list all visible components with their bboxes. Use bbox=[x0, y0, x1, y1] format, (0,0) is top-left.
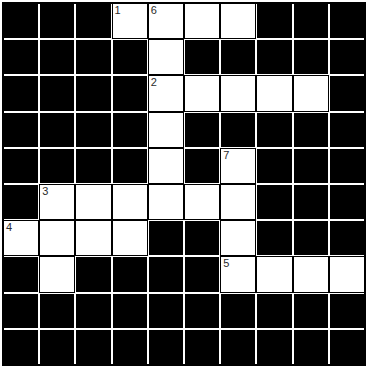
letter-cell-r7c3[interactable] bbox=[76, 221, 110, 255]
block-cell-r10c5 bbox=[149, 330, 183, 364]
letter-cell-r8c9[interactable] bbox=[294, 257, 328, 291]
block-cell-r4c1 bbox=[4, 113, 38, 147]
block-cell-r10c8 bbox=[257, 330, 291, 364]
block-cell-r10c3 bbox=[76, 330, 110, 364]
block-cell-r8c3 bbox=[76, 257, 110, 291]
block-cell-r7c8 bbox=[257, 221, 291, 255]
crossword-board: 1627345 bbox=[2, 2, 366, 366]
block-cell-r2c3 bbox=[76, 40, 110, 74]
clue-number-2: 2 bbox=[151, 76, 157, 88]
block-cell-r4c8 bbox=[257, 113, 291, 147]
block-cell-r10c10 bbox=[330, 330, 364, 364]
letter-cell-r4c5[interactable] bbox=[149, 113, 183, 147]
letter-cell-r2c5[interactable] bbox=[149, 40, 183, 74]
letter-cell-r3c5[interactable]: 2 bbox=[149, 76, 183, 110]
block-cell-r10c1 bbox=[4, 330, 38, 364]
letter-cell-r6c6[interactable] bbox=[185, 185, 219, 219]
letter-cell-r6c7[interactable] bbox=[221, 185, 255, 219]
block-cell-r10c7 bbox=[221, 330, 255, 364]
block-cell-r2c8 bbox=[257, 40, 291, 74]
block-cell-r6c1 bbox=[4, 185, 38, 219]
letter-cell-r6c2[interactable]: 3 bbox=[40, 185, 74, 219]
letter-cell-r3c6[interactable] bbox=[185, 76, 219, 110]
block-cell-r9c4 bbox=[113, 294, 147, 328]
block-cell-r8c5 bbox=[149, 257, 183, 291]
block-cell-r2c7 bbox=[221, 40, 255, 74]
block-cell-r2c9 bbox=[294, 40, 328, 74]
block-cell-r5c10 bbox=[330, 149, 364, 183]
block-cell-r6c9 bbox=[294, 185, 328, 219]
block-cell-r4c2 bbox=[40, 113, 74, 147]
block-cell-r1c8 bbox=[257, 4, 291, 38]
clue-number-7: 7 bbox=[223, 149, 229, 161]
crossword-page: 1627345 bbox=[0, 0, 370, 377]
block-cell-r5c2 bbox=[40, 149, 74, 183]
block-cell-r5c4 bbox=[113, 149, 147, 183]
block-cell-r1c3 bbox=[76, 4, 110, 38]
block-cell-r6c8 bbox=[257, 185, 291, 219]
block-cell-r9c7 bbox=[221, 294, 255, 328]
block-cell-r9c8 bbox=[257, 294, 291, 328]
letter-cell-r8c10[interactable] bbox=[330, 257, 364, 291]
letter-cell-r5c5[interactable] bbox=[149, 149, 183, 183]
letter-cell-r8c2[interactable] bbox=[40, 257, 74, 291]
block-cell-r4c3 bbox=[76, 113, 110, 147]
block-cell-r5c6 bbox=[185, 149, 219, 183]
letter-cell-r8c7[interactable]: 5 bbox=[221, 257, 255, 291]
clue-number-6: 6 bbox=[151, 4, 157, 16]
letter-cell-r3c8[interactable] bbox=[257, 76, 291, 110]
block-cell-r1c10 bbox=[330, 4, 364, 38]
letter-cell-r7c7[interactable] bbox=[221, 221, 255, 255]
block-cell-r9c9 bbox=[294, 294, 328, 328]
block-cell-r9c10 bbox=[330, 294, 364, 328]
clue-number-3: 3 bbox=[42, 185, 48, 197]
block-cell-r5c8 bbox=[257, 149, 291, 183]
block-cell-r2c10 bbox=[330, 40, 364, 74]
block-cell-r2c2 bbox=[40, 40, 74, 74]
block-cell-r6c10 bbox=[330, 185, 364, 219]
block-cell-r9c2 bbox=[40, 294, 74, 328]
block-cell-r3c1 bbox=[4, 76, 38, 110]
letter-cell-r1c7[interactable] bbox=[221, 4, 255, 38]
block-cell-r3c4 bbox=[113, 76, 147, 110]
block-cell-r5c3 bbox=[76, 149, 110, 183]
block-cell-r4c6 bbox=[185, 113, 219, 147]
letter-cell-r7c1[interactable]: 4 bbox=[4, 221, 38, 255]
block-cell-r5c1 bbox=[4, 149, 38, 183]
block-cell-r1c2 bbox=[40, 4, 74, 38]
letter-cell-r1c6[interactable] bbox=[185, 4, 219, 38]
letter-cell-r8c8[interactable] bbox=[257, 257, 291, 291]
letter-cell-r5c7[interactable]: 7 bbox=[221, 149, 255, 183]
block-cell-r1c9 bbox=[294, 4, 328, 38]
block-cell-r4c9 bbox=[294, 113, 328, 147]
block-cell-r4c10 bbox=[330, 113, 364, 147]
block-cell-r8c4 bbox=[113, 257, 147, 291]
letter-cell-r3c9[interactable] bbox=[294, 76, 328, 110]
block-cell-r2c6 bbox=[185, 40, 219, 74]
letter-cell-r6c5[interactable] bbox=[149, 185, 183, 219]
letter-cell-r1c4[interactable]: 1 bbox=[113, 4, 147, 38]
letter-cell-r1c5[interactable]: 6 bbox=[149, 4, 183, 38]
block-cell-r10c2 bbox=[40, 330, 74, 364]
block-cell-r2c4 bbox=[113, 40, 147, 74]
block-cell-r5c9 bbox=[294, 149, 328, 183]
clue-number-1: 1 bbox=[115, 4, 121, 16]
block-cell-r7c5 bbox=[149, 221, 183, 255]
block-cell-r9c1 bbox=[4, 294, 38, 328]
block-cell-r4c4 bbox=[113, 113, 147, 147]
letter-cell-r6c4[interactable] bbox=[113, 185, 147, 219]
block-cell-r10c9 bbox=[294, 330, 328, 364]
block-cell-r9c5 bbox=[149, 294, 183, 328]
block-cell-r10c6 bbox=[185, 330, 219, 364]
block-cell-r1c1 bbox=[4, 4, 38, 38]
block-cell-r7c6 bbox=[185, 221, 219, 255]
block-cell-r10c4 bbox=[113, 330, 147, 364]
block-cell-r7c9 bbox=[294, 221, 328, 255]
block-cell-r2c1 bbox=[4, 40, 38, 74]
block-cell-r7c10 bbox=[330, 221, 364, 255]
block-cell-r3c2 bbox=[40, 76, 74, 110]
letter-cell-r6c3[interactable] bbox=[76, 185, 110, 219]
clue-number-5: 5 bbox=[223, 257, 229, 269]
block-cell-r9c3 bbox=[76, 294, 110, 328]
block-cell-r9c6 bbox=[185, 294, 219, 328]
block-cell-r3c10 bbox=[330, 76, 364, 110]
letter-cell-r7c2[interactable] bbox=[40, 221, 74, 255]
clue-number-4: 4 bbox=[6, 221, 12, 233]
letter-cell-r7c4[interactable] bbox=[113, 221, 147, 255]
block-cell-r8c6 bbox=[185, 257, 219, 291]
block-cell-r4c7 bbox=[221, 113, 255, 147]
letter-cell-r3c7[interactable] bbox=[221, 76, 255, 110]
block-cell-r3c3 bbox=[76, 76, 110, 110]
block-cell-r8c1 bbox=[4, 257, 38, 291]
